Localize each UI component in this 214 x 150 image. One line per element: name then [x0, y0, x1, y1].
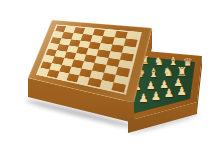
board-square: [111, 82, 126, 93]
chess-piece-pawn: ♟: [138, 93, 148, 105]
chess-piece-pawn: ♟: [164, 88, 174, 100]
chess-piece-knight: ♞: [162, 66, 173, 78]
chess-piece-pawn: ♟: [151, 91, 161, 103]
chess-box-photo: ♜♞♝♛♚♝♞♜♟♟♟♟♟♟♟♟: [0, 0, 214, 150]
chess-piece-bishop: ♝: [148, 66, 159, 78]
chess-piece-pawn: ♟: [176, 86, 186, 98]
